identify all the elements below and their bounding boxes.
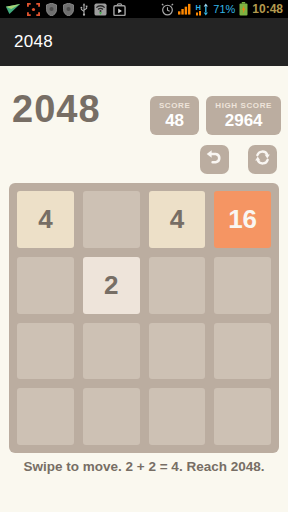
app-bar-title: 2048 [14,32,53,52]
shield-icon [46,3,57,16]
score-panel: SCORE 48 HIGH SCORE 2964 [150,96,281,135]
battery-percent-text: 71% [213,0,235,18]
app-bar: 2048 [0,18,288,66]
cell-empty [149,388,206,445]
score-box: SCORE 48 [150,96,199,135]
screen-capture-icon [27,3,40,16]
control-buttons [200,145,277,174]
cell-empty [17,257,74,314]
score-label: SCORE [159,101,190,110]
restart-button[interactable] [248,145,277,174]
high-score-box: HIGH SCORE 2964 [206,96,281,135]
usb-icon [80,3,88,16]
tile-4: 4 [17,191,74,248]
phone-screen: H 71% 10:48 2048 2048 [0,0,288,512]
cell-empty [83,191,140,248]
status-clock-text: 10:48 [252,0,283,18]
undo-button[interactable] [200,145,229,174]
instructions-text: Swipe to move. 2 + 2 = 4. Reach 2048. [0,459,288,474]
battery-charging-icon [239,2,248,16]
cell-empty [214,388,271,445]
hspa-data-icon: H [195,3,209,16]
paper-plane-icon [5,3,21,15]
cell-empty [83,388,140,445]
high-score-label: HIGH SCORE [215,101,272,110]
cell-empty [17,388,74,445]
game-board[interactable]: 44162 [9,183,279,453]
alarm-clock-icon [161,3,174,16]
restart-icon [253,148,272,171]
shield-icon [63,3,74,16]
cell-empty [214,323,271,380]
tile-2: 2 [83,257,140,314]
undo-icon [205,148,224,171]
cell-empty [17,323,74,380]
status-bar: H 71% 10:48 [0,0,288,18]
app-box-icon [113,3,126,16]
cell-empty [83,323,140,380]
cell-empty [149,257,206,314]
high-score-value: 2964 [215,112,272,129]
tile-4: 4 [149,191,206,248]
cell-empty [214,257,271,314]
signal-bars-icon [178,3,191,15]
status-right-cluster: H 71% 10:48 [161,0,283,18]
wifi-hotspot-icon [94,3,107,16]
score-value: 48 [159,112,190,129]
tile-16: 16 [214,191,271,248]
svg-text:H: H [196,3,201,12]
game-title: 2048 [12,88,101,131]
cell-empty [149,323,206,380]
